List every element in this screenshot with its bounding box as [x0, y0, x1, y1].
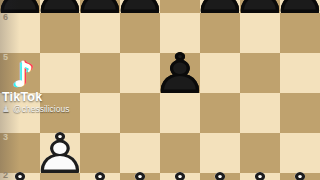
square-h6[interactable] — [280, 13, 320, 53]
square-g6[interactable] — [240, 13, 280, 53]
square-c5[interactable] — [80, 53, 120, 93]
rank-label-2: 2 — [3, 171, 8, 180]
tiktok-video-frame: ♟♙♟♙♟♙♟♙♟♙♟♙♟♙♟♙♟♙♟♙♟♙♟♙♟♙♟♙♟♙♟♙ 6532 ♪ … — [0, 0, 320, 180]
square-b6[interactable] — [40, 13, 80, 53]
rank-label-6: 6 — [3, 13, 8, 22]
square-e5[interactable]: ♟♙ — [160, 53, 200, 93]
white-pawn-h2[interactable]: ♟♙ — [268, 165, 320, 180]
square-g4[interactable] — [240, 93, 280, 133]
creator-username: @chessilicious — [13, 104, 69, 114]
chess-board: ♟♙♟♙♟♙♟♙♟♙♟♙♟♙♟♙♟♙♟♙♟♙♟♙♟♙♟♙♟♙♟♙ — [0, 0, 320, 180]
square-h4[interactable] — [280, 93, 320, 133]
tiktok-wordmark: TikTok — [2, 90, 42, 104]
square-h2[interactable]: ♟♙ — [280, 173, 320, 180]
square-f5[interactable] — [200, 53, 240, 93]
square-g5[interactable] — [240, 53, 280, 93]
square-b5[interactable] — [40, 53, 80, 93]
square-h7[interactable]: ♟♙ — [280, 0, 320, 13]
tiktok-note-icon: ♪ — [5, 56, 41, 94]
square-d7[interactable]: ♟♙ — [120, 0, 160, 13]
pawn-icon: ♟ — [2, 105, 10, 114]
rank-label-3: 3 — [3, 133, 8, 142]
square-d4[interactable] — [120, 93, 160, 133]
square-e4[interactable] — [160, 93, 200, 133]
square-c6[interactable] — [80, 13, 120, 53]
white-pawn-glyph: ♙ — [268, 165, 320, 180]
creator-username-line: ♟ @chessilicious — [2, 104, 69, 114]
square-h5[interactable] — [280, 53, 320, 93]
square-f4[interactable] — [200, 93, 240, 133]
